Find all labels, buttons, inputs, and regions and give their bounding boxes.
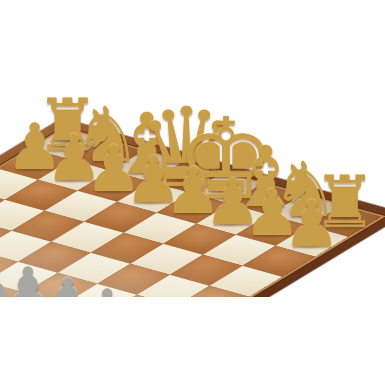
chess-set-product-photo: ♜♞♝♛♚♝♞♜♟♟♟♟♟♟♟♟♟♟♟♟♟♟♟♟	[0, 0, 385, 385]
white-foreground-crop	[0, 297, 385, 385]
